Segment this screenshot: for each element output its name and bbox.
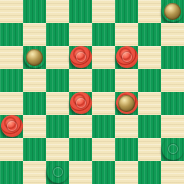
dark-square-6[interactable] [46, 23, 69, 46]
white-king-piece[interactable] [162, 0, 184, 22]
dark-square-9[interactable] [23, 46, 46, 69]
light-square [69, 161, 92, 184]
light-square [115, 115, 138, 138]
light-square [115, 161, 138, 184]
dark-square-13[interactable] [0, 69, 23, 92]
light-square [23, 161, 46, 184]
light-square [23, 69, 46, 92]
light-square [138, 0, 161, 23]
light-square [138, 92, 161, 115]
light-square [23, 115, 46, 138]
dark-square-19[interactable] [115, 92, 138, 115]
dark-square-22[interactable] [46, 115, 69, 138]
red-king-piece[interactable] [116, 92, 138, 114]
light-square [0, 46, 23, 69]
light-square [46, 0, 69, 23]
dark-square-10[interactable] [69, 46, 92, 69]
light-square [46, 46, 69, 69]
red-man-piece[interactable] [70, 46, 92, 68]
light-square [23, 23, 46, 46]
dark-square-24[interactable] [138, 115, 161, 138]
light-square [46, 138, 69, 161]
dark-square-16[interactable] [138, 69, 161, 92]
dark-square-5[interactable] [0, 23, 23, 46]
light-square [138, 138, 161, 161]
light-square [115, 69, 138, 92]
dark-square-4[interactable] [161, 0, 184, 23]
light-square [138, 46, 161, 69]
dark-square-17[interactable] [23, 92, 46, 115]
dark-square-3[interactable] [115, 0, 138, 23]
red-man-piece[interactable] [1, 115, 23, 137]
dark-square-14[interactable] [46, 69, 69, 92]
light-square [92, 92, 115, 115]
dark-square-2[interactable] [69, 0, 92, 23]
red-man-piece[interactable] [116, 46, 138, 68]
light-square [161, 69, 184, 92]
dark-square-30[interactable] [46, 161, 69, 184]
dark-square-20[interactable] [161, 92, 184, 115]
dark-square-21[interactable] [0, 115, 23, 138]
light-square [69, 69, 92, 92]
dark-square-29[interactable] [0, 161, 23, 184]
dark-square-18[interactable] [69, 92, 92, 115]
dark-square-11[interactable] [115, 46, 138, 69]
light-square [92, 0, 115, 23]
white-man-piece[interactable] [47, 161, 69, 183]
dark-square-7[interactable] [92, 23, 115, 46]
white-king-piece[interactable] [24, 46, 46, 68]
dark-square-15[interactable] [92, 69, 115, 92]
light-square [161, 23, 184, 46]
light-square [46, 92, 69, 115]
checkers-board [0, 0, 184, 184]
dark-square-12[interactable] [161, 46, 184, 69]
light-square [0, 138, 23, 161]
dark-square-26[interactable] [69, 138, 92, 161]
dark-square-27[interactable] [115, 138, 138, 161]
light-square [92, 138, 115, 161]
light-square [69, 23, 92, 46]
dark-square-1[interactable] [23, 0, 46, 23]
light-square [115, 23, 138, 46]
dark-square-32[interactable] [138, 161, 161, 184]
light-square [0, 0, 23, 23]
dark-square-25[interactable] [23, 138, 46, 161]
dark-square-23[interactable] [92, 115, 115, 138]
light-square [161, 115, 184, 138]
dark-square-31[interactable] [92, 161, 115, 184]
dark-square-28[interactable] [161, 138, 184, 161]
dark-square-8[interactable] [138, 23, 161, 46]
white-man-piece[interactable] [162, 138, 184, 160]
light-square [69, 115, 92, 138]
light-square [161, 161, 184, 184]
red-man-piece[interactable] [70, 92, 92, 114]
light-square [0, 92, 23, 115]
light-square [92, 46, 115, 69]
